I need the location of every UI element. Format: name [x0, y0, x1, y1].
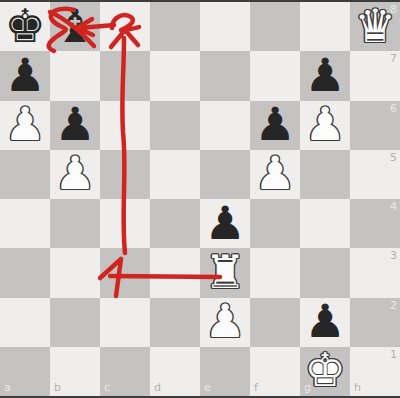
black-pawn-b6[interactable]: ♟	[54, 101, 95, 147]
white-pawn-g6[interactable]: ♟	[304, 101, 345, 147]
square-c4[interactable]	[100, 199, 150, 248]
square-c6[interactable]	[100, 101, 150, 150]
square-a5[interactable]	[0, 150, 50, 199]
square-f3[interactable]	[250, 248, 300, 297]
square-a8[interactable]: ♚	[0, 2, 50, 51]
black-king-a8[interactable]: ♚	[4, 3, 45, 49]
square-d5[interactable]	[150, 150, 200, 199]
square-h3[interactable]: 3	[350, 248, 400, 297]
square-e6[interactable]	[200, 101, 250, 150]
square-g8[interactable]	[300, 2, 350, 51]
white-pawn-f5[interactable]: ♟	[254, 150, 295, 196]
black-pawn-e4[interactable]: ♟	[204, 200, 245, 246]
square-b6[interactable]: ♟	[50, 101, 100, 150]
square-h1[interactable]: h1	[350, 347, 400, 396]
square-g6[interactable]: ♟	[300, 101, 350, 150]
square-h5[interactable]: 5	[350, 150, 400, 199]
square-e5[interactable]	[200, 150, 250, 199]
square-c7[interactable]	[100, 51, 150, 100]
chess-board[interactable]: ♚♝8♛♟♟7♟♟♟♟6♟♟5♟4♜3♟♟2abcdefg♚h1	[0, 2, 400, 396]
square-f2[interactable]	[250, 298, 300, 347]
square-b7[interactable]	[50, 51, 100, 100]
square-h6[interactable]: 6	[350, 101, 400, 150]
square-d4[interactable]	[150, 199, 200, 248]
square-c1[interactable]: c	[100, 347, 150, 396]
rank-label-1: 1	[390, 349, 397, 360]
square-e2[interactable]: ♟	[200, 298, 250, 347]
square-f5[interactable]: ♟	[250, 150, 300, 199]
square-a3[interactable]	[0, 248, 50, 297]
square-b2[interactable]	[50, 298, 100, 347]
square-g4[interactable]	[300, 199, 350, 248]
square-e1[interactable]: e	[200, 347, 250, 396]
square-c8[interactable]	[100, 2, 150, 51]
black-bishop-b8[interactable]: ♝	[54, 3, 95, 49]
rank-label-3: 3	[390, 250, 397, 261]
square-d8[interactable]	[150, 2, 200, 51]
white-pawn-a6[interactable]: ♟	[4, 101, 45, 147]
black-pawn-g7[interactable]: ♟	[304, 52, 345, 98]
square-d7[interactable]	[150, 51, 200, 100]
rank-label-2: 2	[390, 300, 397, 311]
square-d2[interactable]	[150, 298, 200, 347]
square-g1[interactable]: g♚	[300, 347, 350, 396]
square-g2[interactable]: ♟	[300, 298, 350, 347]
white-king-g1[interactable]: ♚	[304, 347, 345, 393]
square-g3[interactable]	[300, 248, 350, 297]
square-f4[interactable]	[250, 199, 300, 248]
square-a2[interactable]	[0, 298, 50, 347]
white-pawn-e2[interactable]: ♟	[204, 298, 245, 344]
square-f6[interactable]: ♟	[250, 101, 300, 150]
square-e7[interactable]	[200, 51, 250, 100]
square-e3[interactable]: ♜	[200, 248, 250, 297]
black-pawn-g2[interactable]: ♟	[304, 298, 345, 344]
square-d3[interactable]	[150, 248, 200, 297]
file-label-c: c	[104, 382, 110, 393]
rank-label-7: 7	[390, 53, 397, 64]
square-h7[interactable]: 7	[350, 51, 400, 100]
square-c5[interactable]	[100, 150, 150, 199]
rank-label-4: 4	[390, 201, 397, 212]
square-h4[interactable]: 4	[350, 199, 400, 248]
square-a1[interactable]: a	[0, 347, 50, 396]
square-h2[interactable]: 2	[350, 298, 400, 347]
square-e4[interactable]: ♟	[200, 199, 250, 248]
square-c3[interactable]	[100, 248, 150, 297]
file-label-e: e	[204, 382, 211, 393]
square-b4[interactable]	[50, 199, 100, 248]
square-f8[interactable]	[250, 2, 300, 51]
square-d6[interactable]	[150, 101, 200, 150]
square-h8[interactable]: 8♛	[350, 2, 400, 51]
black-pawn-f6[interactable]: ♟	[254, 101, 295, 147]
square-g7[interactable]: ♟	[300, 51, 350, 100]
square-a7[interactable]: ♟	[0, 51, 50, 100]
file-label-d: d	[154, 382, 161, 393]
white-rook-e3[interactable]: ♜	[204, 249, 245, 295]
white-queen-h8[interactable]: ♛	[354, 3, 395, 49]
black-pawn-a7[interactable]: ♟	[4, 52, 45, 98]
file-label-b: b	[54, 382, 61, 393]
square-f1[interactable]: f	[250, 347, 300, 396]
file-label-a: a	[4, 382, 11, 393]
file-label-h: h	[354, 382, 361, 393]
white-pawn-b5[interactable]: ♟	[54, 150, 95, 196]
square-e8[interactable]	[200, 2, 250, 51]
chess-app-window: ♚♝8♛♟♟7♟♟♟♟6♟♟5♟4♜3♟♟2abcdefg♚h1	[0, 0, 400, 398]
square-b3[interactable]	[50, 248, 100, 297]
rank-label-6: 6	[390, 103, 397, 114]
square-b8[interactable]: ♝	[50, 2, 100, 51]
square-a6[interactable]: ♟	[0, 101, 50, 150]
square-a4[interactable]	[0, 199, 50, 248]
square-g5[interactable]	[300, 150, 350, 199]
square-f7[interactable]	[250, 51, 300, 100]
square-b5[interactable]: ♟	[50, 150, 100, 199]
square-c2[interactable]	[100, 298, 150, 347]
rank-label-5: 5	[390, 152, 397, 163]
square-b1[interactable]: b	[50, 347, 100, 396]
square-d1[interactable]: d	[150, 347, 200, 396]
file-label-f: f	[254, 382, 258, 393]
